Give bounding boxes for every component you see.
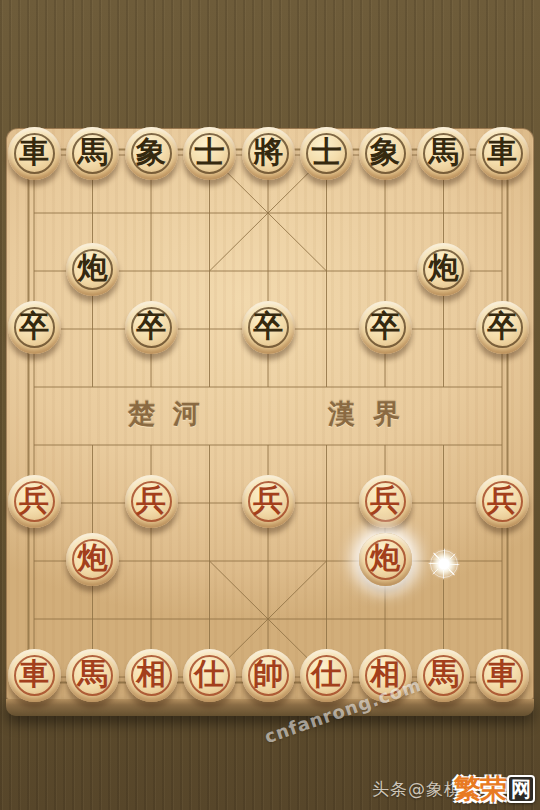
piece-glyph: 馬 xyxy=(78,659,108,689)
piece-br-c8r0[interactable]: 車 xyxy=(476,127,529,180)
piece-rr-c8r9[interactable]: 車 xyxy=(476,649,529,702)
piece-rp-c8r6[interactable]: 兵 xyxy=(476,475,529,528)
piece-bp-c0r3[interactable]: 卒 xyxy=(8,301,61,354)
piece-glyph: 卒 xyxy=(136,311,166,341)
piece-bp-c4r3[interactable]: 卒 xyxy=(242,301,295,354)
piece-glyph: 車 xyxy=(487,137,517,167)
piece-glyph: 象 xyxy=(370,137,400,167)
piece-rn-c7r9[interactable]: 馬 xyxy=(417,649,470,702)
piece-bn-c7r0[interactable]: 馬 xyxy=(417,127,470,180)
piece-bc-c7r2[interactable]: 炮 xyxy=(417,243,470,296)
piece-glyph: 相 xyxy=(136,659,166,689)
piece-glyph: 卒 xyxy=(370,311,400,341)
piece-ra-c3r9[interactable]: 仕 xyxy=(183,649,236,702)
piece-bp-c2r3[interactable]: 卒 xyxy=(125,301,178,354)
credit-source: 头条 xyxy=(372,778,408,801)
piece-glyph: 仕 xyxy=(195,659,225,689)
piece-rc-c6r7[interactable]: 炮 xyxy=(359,533,412,586)
piece-glyph: 兵 xyxy=(253,485,283,515)
credit-logo-text: 繁荣 xyxy=(454,771,506,807)
piece-glyph: 兵 xyxy=(19,485,49,515)
piece-be-c2r0[interactable]: 象 xyxy=(125,127,178,180)
piece-glyph: 炮 xyxy=(370,543,400,573)
piece-glyph: 兵 xyxy=(136,485,166,515)
piece-rp-c0r6[interactable]: 兵 xyxy=(8,475,61,528)
piece-bp-c6r3[interactable]: 卒 xyxy=(359,301,412,354)
piece-ba-c3r0[interactable]: 士 xyxy=(183,127,236,180)
xiangqi-app-screen: 楚河 漢界 車馬象士將士象馬車炮炮卒卒卒卒卒兵兵兵兵兵炮炮車馬相仕帥仕相馬車 c… xyxy=(0,0,540,810)
piece-rp-c4r6[interactable]: 兵 xyxy=(242,475,295,528)
piece-glyph: 炮 xyxy=(429,253,459,283)
game-board[interactable] xyxy=(6,128,534,700)
river-label-han: 漢界 xyxy=(328,396,418,432)
piece-ra-c5r9[interactable]: 仕 xyxy=(300,649,353,702)
piece-glyph: 馬 xyxy=(429,137,459,167)
piece-glyph: 象 xyxy=(136,137,166,167)
piece-glyph: 車 xyxy=(487,659,517,689)
piece-rn-c1r9[interactable]: 馬 xyxy=(66,649,119,702)
piece-glyph: 兵 xyxy=(487,485,517,515)
piece-be-c6r0[interactable]: 象 xyxy=(359,127,412,180)
credit-logo-badge: 网 xyxy=(507,775,535,803)
piece-glyph: 車 xyxy=(19,659,49,689)
piece-bn-c1r0[interactable]: 馬 xyxy=(66,127,119,180)
piece-re-c2r9[interactable]: 相 xyxy=(125,649,178,702)
piece-glyph: 炮 xyxy=(78,543,108,573)
piece-bk-c4r0[interactable]: 將 xyxy=(242,127,295,180)
piece-bp-c8r3[interactable]: 卒 xyxy=(476,301,529,354)
piece-glyph: 卒 xyxy=(19,311,49,341)
piece-glyph: 卒 xyxy=(487,311,517,341)
piece-glyph: 將 xyxy=(253,137,283,167)
piece-glyph: 兵 xyxy=(370,485,400,515)
piece-glyph: 馬 xyxy=(78,137,108,167)
piece-rp-c2r6[interactable]: 兵 xyxy=(125,475,178,528)
piece-glyph: 馬 xyxy=(429,659,459,689)
piece-glyph: 帥 xyxy=(253,659,283,689)
piece-glyph: 車 xyxy=(19,137,49,167)
piece-rp-c6r6[interactable]: 兵 xyxy=(359,475,412,528)
piece-bc-c1r2[interactable]: 炮 xyxy=(66,243,119,296)
piece-glyph: 仕 xyxy=(312,659,342,689)
piece-glyph: 士 xyxy=(195,137,225,167)
piece-ba-c5r0[interactable]: 士 xyxy=(300,127,353,180)
river-label-chu: 楚河 xyxy=(128,396,218,432)
piece-br-c0r0[interactable]: 車 xyxy=(8,127,61,180)
credit-line: 头条 @象棋 繁荣 网 xyxy=(372,773,535,805)
piece-rr-c0r9[interactable]: 車 xyxy=(8,649,61,702)
piece-glyph: 炮 xyxy=(78,253,108,283)
piece-glyph: 士 xyxy=(312,137,342,167)
piece-glyph: 卒 xyxy=(253,311,283,341)
piece-rc-c1r7[interactable]: 炮 xyxy=(66,533,119,586)
piece-rk-c4r9[interactable]: 帥 xyxy=(242,649,295,702)
